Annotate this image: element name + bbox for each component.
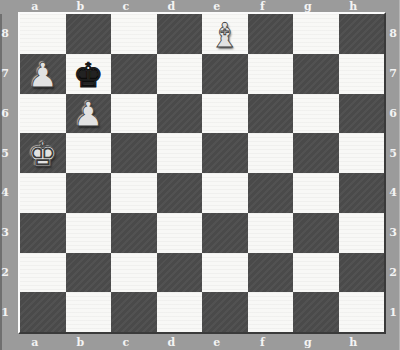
rank-label-right-7: 7 bbox=[386, 54, 400, 94]
piece-white-pawn[interactable]: ♟ bbox=[28, 56, 58, 94]
rank-label-left-1: 1 bbox=[0, 292, 14, 332]
file-labels-bottom: abcdefgh bbox=[20, 334, 384, 350]
square-b8[interactable] bbox=[66, 14, 112, 54]
square-a2[interactable] bbox=[20, 253, 66, 293]
square-e4[interactable] bbox=[202, 173, 248, 213]
file-label-top-b: b bbox=[58, 0, 104, 13]
square-e6[interactable] bbox=[202, 94, 248, 134]
file-label-top-h: h bbox=[331, 0, 377, 13]
square-a5[interactable]: ♚ bbox=[20, 133, 66, 173]
rank-label-left-6: 6 bbox=[0, 94, 14, 134]
square-c5[interactable] bbox=[111, 133, 157, 173]
rank-label-right-5: 5 bbox=[386, 133, 400, 173]
chessboard-window: abcdefgh 87654321 ♝♟♚♟♚ 87654321 abcdefg… bbox=[0, 0, 400, 350]
piece-white-bishop[interactable]: ♝ bbox=[210, 16, 240, 54]
square-c2[interactable] bbox=[111, 253, 157, 293]
square-b3[interactable] bbox=[66, 213, 112, 253]
rank-label-right-2: 2 bbox=[386, 253, 400, 293]
square-f1[interactable] bbox=[248, 292, 294, 332]
square-h8[interactable] bbox=[339, 14, 385, 54]
square-c6[interactable] bbox=[111, 94, 157, 134]
file-label-bottom-e: e bbox=[194, 336, 240, 349]
square-h1[interactable] bbox=[339, 292, 385, 332]
square-a4[interactable] bbox=[20, 173, 66, 213]
square-g5[interactable] bbox=[293, 133, 339, 173]
file-label-bottom-d: d bbox=[149, 336, 195, 349]
piece-white-pawn[interactable]: ♟ bbox=[73, 95, 103, 133]
square-h7[interactable] bbox=[339, 54, 385, 94]
square-f5[interactable] bbox=[248, 133, 294, 173]
square-b2[interactable] bbox=[66, 253, 112, 293]
rank-label-left-8: 8 bbox=[0, 14, 14, 54]
square-a8[interactable] bbox=[20, 14, 66, 54]
file-label-top-a: a bbox=[12, 0, 58, 13]
square-b5[interactable] bbox=[66, 133, 112, 173]
square-a7[interactable]: ♟ bbox=[20, 54, 66, 94]
rank-label-right-6: 6 bbox=[386, 94, 400, 134]
file-label-top-c: c bbox=[103, 0, 149, 13]
square-f8[interactable] bbox=[248, 14, 294, 54]
rank-label-left-2: 2 bbox=[0, 253, 14, 293]
square-d3[interactable] bbox=[157, 213, 203, 253]
square-d1[interactable] bbox=[157, 292, 203, 332]
square-h2[interactable] bbox=[339, 253, 385, 293]
square-d2[interactable] bbox=[157, 253, 203, 293]
square-f6[interactable] bbox=[248, 94, 294, 134]
file-label-top-f: f bbox=[240, 0, 286, 13]
file-label-bottom-h: h bbox=[331, 336, 377, 349]
square-a1[interactable] bbox=[20, 292, 66, 332]
square-d5[interactable] bbox=[157, 133, 203, 173]
square-e1[interactable] bbox=[202, 292, 248, 332]
square-h5[interactable] bbox=[339, 133, 385, 173]
square-e5[interactable] bbox=[202, 133, 248, 173]
rank-labels-left: 87654321 bbox=[0, 14, 18, 332]
square-a3[interactable] bbox=[20, 213, 66, 253]
rank-labels-right: 87654321 bbox=[386, 14, 400, 332]
square-f4[interactable] bbox=[248, 173, 294, 213]
square-g3[interactable] bbox=[293, 213, 339, 253]
square-b4[interactable] bbox=[66, 173, 112, 213]
rank-label-left-3: 3 bbox=[0, 213, 14, 253]
file-labels-top: abcdefgh bbox=[20, 0, 384, 12]
square-c4[interactable] bbox=[111, 173, 157, 213]
square-c3[interactable] bbox=[111, 213, 157, 253]
square-e8[interactable]: ♝ bbox=[202, 14, 248, 54]
square-g8[interactable] bbox=[293, 14, 339, 54]
square-g4[interactable] bbox=[293, 173, 339, 213]
rank-label-right-3: 3 bbox=[386, 213, 400, 253]
rank-label-left-4: 4 bbox=[0, 173, 14, 213]
square-d7[interactable] bbox=[157, 54, 203, 94]
square-d8[interactable] bbox=[157, 14, 203, 54]
file-label-top-g: g bbox=[285, 0, 331, 13]
square-c7[interactable] bbox=[111, 54, 157, 94]
rank-label-left-7: 7 bbox=[0, 54, 14, 94]
square-f2[interactable] bbox=[248, 253, 294, 293]
square-h3[interactable] bbox=[339, 213, 385, 253]
file-label-bottom-b: b bbox=[58, 336, 104, 349]
chess-board: ♝♟♚♟♚ bbox=[18, 12, 386, 334]
file-label-top-e: e bbox=[194, 0, 240, 13]
rank-label-right-4: 4 bbox=[386, 173, 400, 213]
square-g2[interactable] bbox=[293, 253, 339, 293]
file-label-bottom-g: g bbox=[285, 336, 331, 349]
square-g6[interactable] bbox=[293, 94, 339, 134]
rank-label-left-5: 5 bbox=[0, 133, 14, 173]
square-h4[interactable] bbox=[339, 173, 385, 213]
file-label-bottom-c: c bbox=[103, 336, 149, 349]
piece-black-king[interactable]: ♚ bbox=[73, 56, 103, 94]
rank-label-right-1: 1 bbox=[386, 292, 400, 332]
square-b6[interactable]: ♟ bbox=[66, 94, 112, 134]
square-d4[interactable] bbox=[157, 173, 203, 213]
square-c8[interactable] bbox=[111, 14, 157, 54]
square-f7[interactable] bbox=[248, 54, 294, 94]
square-b7[interactable]: ♚ bbox=[66, 54, 112, 94]
square-a6[interactable] bbox=[20, 94, 66, 134]
rank-label-right-8: 8 bbox=[386, 14, 400, 54]
square-c1[interactable] bbox=[111, 292, 157, 332]
square-g1[interactable] bbox=[293, 292, 339, 332]
square-b1[interactable] bbox=[66, 292, 112, 332]
square-e2[interactable] bbox=[202, 253, 248, 293]
square-f3[interactable] bbox=[248, 213, 294, 253]
square-e3[interactable] bbox=[202, 213, 248, 253]
piece-white-king[interactable]: ♚ bbox=[28, 135, 58, 173]
square-d6[interactable] bbox=[157, 94, 203, 134]
file-label-bottom-a: a bbox=[12, 336, 58, 349]
file-label-bottom-f: f bbox=[240, 336, 286, 349]
file-label-top-d: d bbox=[149, 0, 195, 13]
square-g7[interactable] bbox=[293, 54, 339, 94]
square-h6[interactable] bbox=[339, 94, 385, 134]
square-e7[interactable] bbox=[202, 54, 248, 94]
